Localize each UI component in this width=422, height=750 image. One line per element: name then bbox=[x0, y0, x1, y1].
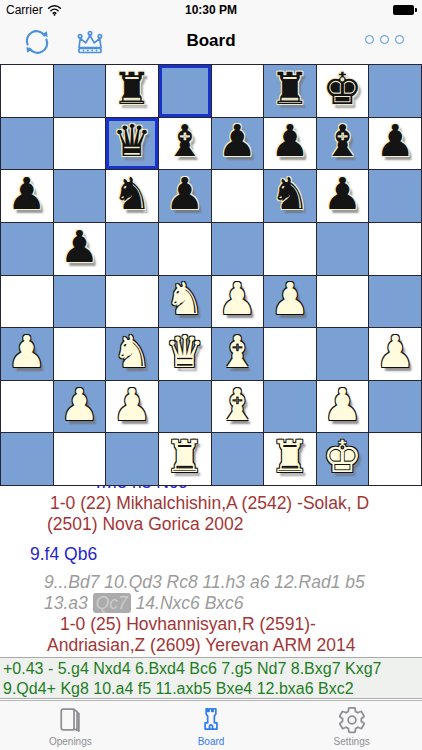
square-f4[interactable]: ♟ bbox=[264, 276, 316, 328]
white-pawn-a3: ♟ bbox=[7, 330, 46, 374]
square-c3[interactable]: ♞ bbox=[106, 328, 158, 380]
tab-settings[interactable]: Settings bbox=[281, 701, 422, 750]
black-knight-c6: ♞ bbox=[112, 172, 151, 216]
black-king-g8: ♚ bbox=[323, 67, 362, 111]
square-f7[interactable]: ♟ bbox=[264, 118, 316, 170]
square-h2[interactable] bbox=[369, 381, 421, 433]
tab-openings-label: Openings bbox=[49, 736, 92, 747]
square-h5[interactable] bbox=[369, 223, 421, 275]
square-g8[interactable]: ♚ bbox=[317, 65, 369, 117]
black-knight-f6: ♞ bbox=[270, 172, 309, 216]
square-h4[interactable] bbox=[369, 276, 421, 328]
tab-openings[interactable]: Openings bbox=[0, 701, 141, 750]
engine-line-2: 9.Qd4+ Kg8 10.a4 f5 11.axb5 Bxe4 12.bxa6… bbox=[3, 679, 422, 699]
square-d7[interactable]: ♝ bbox=[159, 118, 211, 170]
status-bar: Carrier 10:30 PM bbox=[0, 0, 422, 20]
square-h3[interactable]: ♟ bbox=[369, 328, 421, 380]
square-b8[interactable] bbox=[54, 65, 106, 117]
square-h1[interactable] bbox=[369, 433, 421, 485]
square-e5[interactable] bbox=[212, 223, 264, 275]
square-b7[interactable] bbox=[54, 118, 106, 170]
white-rook-f1: ♜ bbox=[270, 435, 309, 479]
square-e8[interactable] bbox=[212, 65, 264, 117]
variation-line[interactable]: 13.a3 Qc7 14.Nxc6 Bxc6 bbox=[44, 593, 422, 614]
square-d4[interactable]: ♞ bbox=[159, 276, 211, 328]
main-line-move[interactable]: 9.f4 Qb6 bbox=[30, 544, 422, 565]
square-c5[interactable] bbox=[106, 223, 158, 275]
square-a7[interactable] bbox=[1, 118, 53, 170]
white-bishop-e3: ♝ bbox=[218, 330, 257, 374]
engine-analysis-bar[interactable]: +0.43 - 5.g4 Nxd4 6.Bxd4 Bc6 7.g5 Nd7 8.… bbox=[0, 657, 422, 699]
square-b3[interactable] bbox=[54, 328, 106, 380]
black-bishop-g7: ♝ bbox=[323, 119, 362, 163]
square-b1[interactable] bbox=[54, 433, 106, 485]
variation-line[interactable]: 9...Bd7 10.Qd3 Rc8 11.h3 a6 12.Rad1 b5 bbox=[44, 572, 422, 593]
white-knight-d4: ♞ bbox=[165, 277, 204, 321]
black-queen-c7: ♛ bbox=[112, 119, 151, 163]
square-g4[interactable] bbox=[317, 276, 369, 328]
chess-board: ♜♜♚♛♝♟♟♝♟♟♞♟♞♟♟♞♟♟♟♞♛♝♟♟♟♝♟♜♜♚ bbox=[0, 64, 422, 486]
white-queen-d3: ♛ bbox=[165, 330, 204, 374]
square-f1[interactable]: ♜ bbox=[264, 433, 316, 485]
battery-icon bbox=[393, 5, 417, 15]
square-f3[interactable] bbox=[264, 328, 316, 380]
square-g2[interactable]: ♟ bbox=[317, 381, 369, 433]
square-g5[interactable] bbox=[317, 223, 369, 275]
square-f6[interactable]: ♞ bbox=[264, 170, 316, 222]
square-d8[interactable] bbox=[159, 65, 211, 117]
square-d1[interactable]: ♜ bbox=[159, 433, 211, 485]
clock: 10:30 PM bbox=[0, 3, 422, 17]
square-h6[interactable] bbox=[369, 170, 421, 222]
tab-settings-label: Settings bbox=[334, 736, 370, 747]
game-reference[interactable]: 1-0 (25) Hovhannisyan,R (2591)- bbox=[60, 614, 422, 635]
square-a5[interactable] bbox=[1, 223, 53, 275]
rook-icon bbox=[196, 705, 226, 735]
black-pawn-a6: ♟ bbox=[7, 172, 46, 216]
white-pawn-g2: ♟ bbox=[323, 383, 362, 427]
gear-icon bbox=[337, 705, 367, 735]
tab-bar: Openings Board Settings bbox=[0, 700, 422, 750]
square-h7[interactable]: ♟ bbox=[369, 118, 421, 170]
white-pawn-e4: ♟ bbox=[218, 277, 257, 321]
square-e3[interactable]: ♝ bbox=[212, 328, 264, 380]
game-reference[interactable]: (2501) Nova Gorica 2002 bbox=[47, 514, 422, 535]
square-g3[interactable] bbox=[317, 328, 369, 380]
square-a1[interactable] bbox=[1, 433, 53, 485]
square-d3[interactable]: ♛ bbox=[159, 328, 211, 380]
square-d6[interactable]: ♟ bbox=[159, 170, 211, 222]
square-b6[interactable] bbox=[54, 170, 106, 222]
square-g7[interactable]: ♝ bbox=[317, 118, 369, 170]
square-e7[interactable]: ♟ bbox=[212, 118, 264, 170]
square-e6[interactable] bbox=[212, 170, 264, 222]
square-c2[interactable]: ♟ bbox=[106, 381, 158, 433]
square-e1[interactable] bbox=[212, 433, 264, 485]
square-c1[interactable] bbox=[106, 433, 158, 485]
square-c8[interactable]: ♜ bbox=[106, 65, 158, 117]
black-rook-f8: ♜ bbox=[270, 67, 309, 111]
page-title: Board bbox=[0, 31, 422, 51]
black-bishop-d7: ♝ bbox=[165, 119, 204, 163]
tab-board-label: Board bbox=[198, 736, 225, 747]
square-e2[interactable]: ♝ bbox=[212, 381, 264, 433]
white-rook-d1: ♜ bbox=[165, 435, 204, 479]
black-pawn-g6: ♟ bbox=[323, 172, 362, 216]
black-rook-c8: ♜ bbox=[112, 67, 151, 111]
black-pawn-h7: ♟ bbox=[375, 119, 414, 163]
navigation-bar: Board bbox=[0, 20, 422, 64]
square-g6[interactable]: ♟ bbox=[317, 170, 369, 222]
square-a6[interactable]: ♟ bbox=[1, 170, 53, 222]
square-h8[interactable] bbox=[369, 65, 421, 117]
square-a2[interactable] bbox=[1, 381, 53, 433]
square-b5[interactable]: ♟ bbox=[54, 223, 106, 275]
square-f5[interactable] bbox=[264, 223, 316, 275]
square-c4[interactable] bbox=[106, 276, 158, 328]
white-pawn-h3: ♟ bbox=[375, 330, 414, 374]
black-pawn-d6: ♟ bbox=[165, 172, 204, 216]
square-g1[interactable]: ♚ bbox=[317, 433, 369, 485]
white-pawn-f4: ♟ bbox=[270, 277, 309, 321]
square-b2[interactable]: ♟ bbox=[54, 381, 106, 433]
more-options-icon[interactable] bbox=[365, 35, 404, 44]
black-pawn-f7: ♟ bbox=[270, 119, 309, 163]
square-c6[interactable]: ♞ bbox=[106, 170, 158, 222]
square-a4[interactable] bbox=[1, 276, 53, 328]
notation-panel: …f5 h5 Nc61-0 (22) Mikhalchishin,A (2542… bbox=[0, 486, 422, 657]
engine-line-1: +0.43 - 5.g4 Nxd4 6.Bxd4 Bc6 7.g5 Nd7 8.… bbox=[3, 659, 422, 679]
square-b4[interactable] bbox=[54, 276, 106, 328]
square-a8[interactable] bbox=[1, 65, 53, 117]
white-king-g1: ♚ bbox=[323, 435, 362, 479]
square-d2[interactable] bbox=[159, 381, 211, 433]
square-f8[interactable]: ♜ bbox=[264, 65, 316, 117]
square-c7[interactable]: ♛ bbox=[106, 118, 158, 170]
white-pawn-c2: ♟ bbox=[112, 383, 151, 427]
book-icon bbox=[55, 705, 85, 735]
square-a3[interactable]: ♟ bbox=[1, 328, 53, 380]
square-f2[interactable] bbox=[264, 381, 316, 433]
game-reference[interactable]: 1-0 (22) Mikhalchishin,A (2542) -Solak, … bbox=[50, 493, 422, 514]
selected-move: Qc7 bbox=[93, 593, 131, 613]
tab-board[interactable]: Board bbox=[141, 701, 282, 750]
square-e4[interactable]: ♟ bbox=[212, 276, 264, 328]
white-knight-c3: ♞ bbox=[112, 330, 151, 374]
white-pawn-b2: ♟ bbox=[60, 383, 99, 427]
white-bishop-e2: ♝ bbox=[218, 383, 257, 427]
square-d5[interactable] bbox=[159, 223, 211, 275]
game-reference[interactable]: Andriasian,Z (2609) Yerevan ARM 2014 bbox=[47, 635, 422, 656]
black-pawn-b5: ♟ bbox=[60, 225, 99, 269]
black-pawn-e7: ♟ bbox=[218, 119, 257, 163]
